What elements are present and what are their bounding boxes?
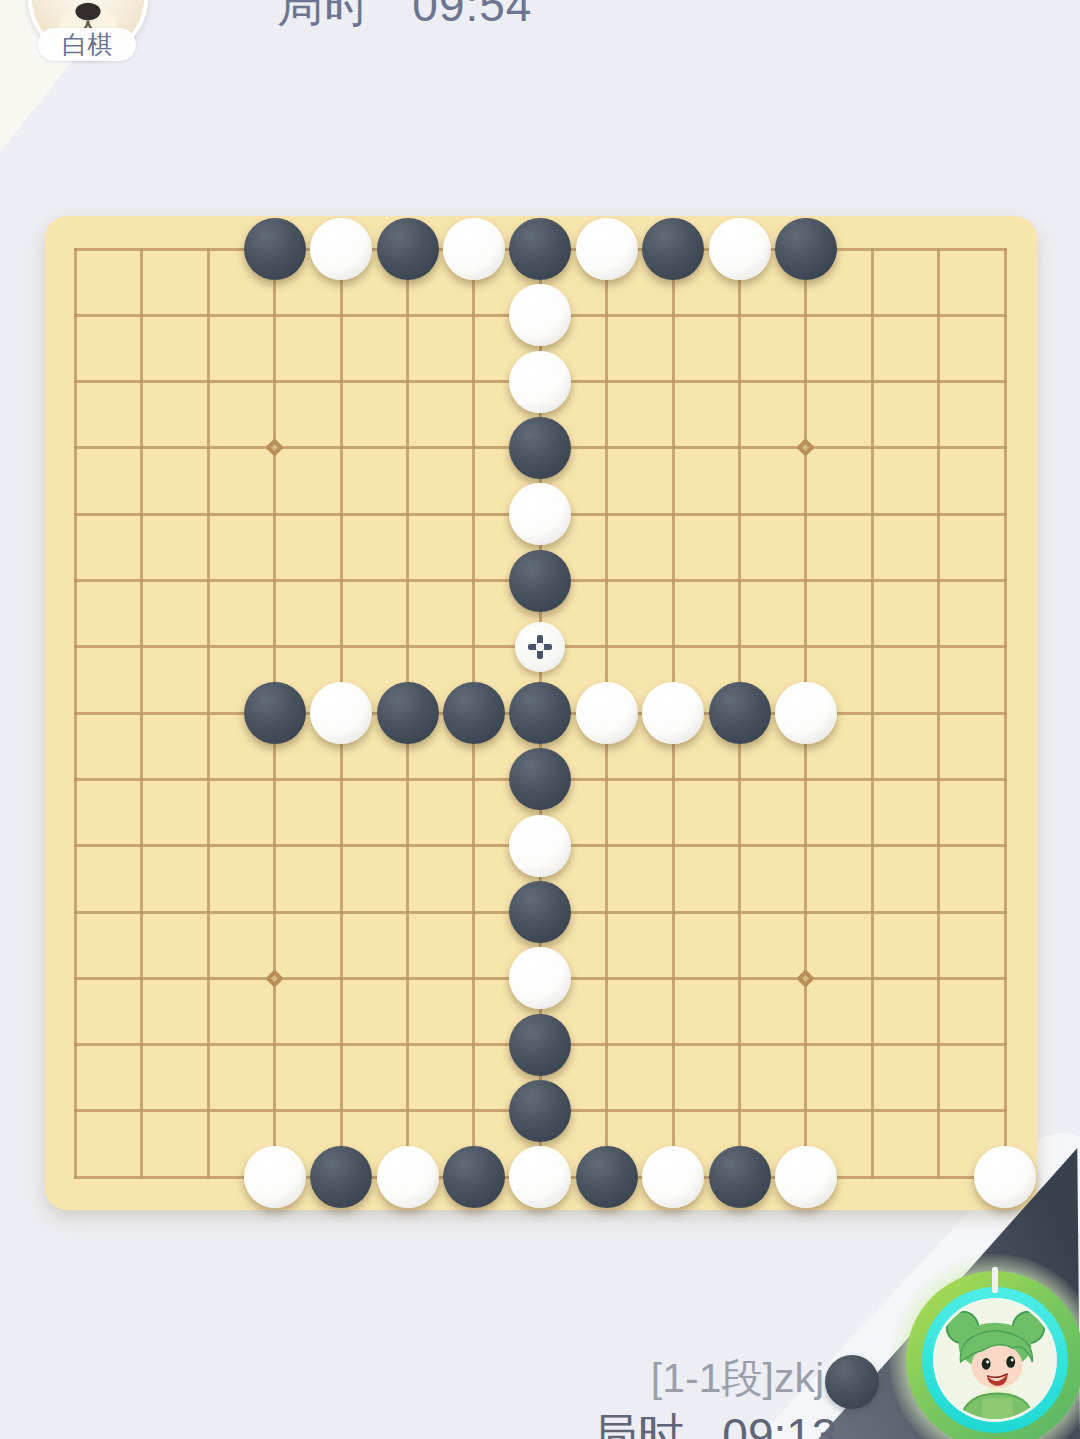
white-stone <box>509 284 571 346</box>
star-point <box>797 439 815 457</box>
black-stone <box>509 1080 571 1142</box>
timer-ring-notch <box>992 1267 998 1293</box>
white-stone <box>509 351 571 413</box>
black-stone <box>509 1014 571 1076</box>
black-stone <box>244 682 306 744</box>
white-stone <box>509 815 571 877</box>
black-clock-label: 局时 <box>592 1409 684 1439</box>
black-stone <box>709 1146 771 1208</box>
white-stone <box>310 218 372 280</box>
white-stone <box>974 1146 1036 1208</box>
white-stone <box>775 682 837 744</box>
white-stone <box>775 1146 837 1208</box>
white-clock-label: 局时 <box>277 0 371 31</box>
white-stone <box>310 682 372 744</box>
black-stone <box>244 218 306 280</box>
white-stone <box>509 947 571 1009</box>
white-clock-value: 09:54 <box>412 0 532 31</box>
black-stone <box>443 682 505 744</box>
black-player-clock: 局时 09:13 <box>592 1412 837 1439</box>
black-stone <box>310 1146 372 1208</box>
star-point <box>797 969 815 987</box>
black-stone <box>509 417 571 479</box>
black-stone <box>576 1146 638 1208</box>
black-stone <box>509 682 571 744</box>
white-stone <box>709 218 771 280</box>
go-board[interactable] <box>45 216 1037 1210</box>
white-stone <box>377 1146 439 1208</box>
white-player-clock: 局时 09:54 <box>277 0 532 28</box>
black-stone <box>377 218 439 280</box>
white-stone <box>576 682 638 744</box>
white-player-badge-label: 白棋 <box>62 28 112 61</box>
grid-line-vertical <box>1004 248 1007 1179</box>
black-stone <box>709 682 771 744</box>
black-stone <box>509 550 571 612</box>
cursor-cross-gap <box>536 643 544 651</box>
star-point <box>265 439 283 457</box>
black-stone <box>509 881 571 943</box>
black-stone <box>443 1146 505 1208</box>
cartoon-girl-icon <box>936 1301 1054 1419</box>
black-stone <box>775 218 837 280</box>
black-stone-color-icon <box>825 1355 879 1409</box>
grid-line-vertical <box>871 248 874 1179</box>
white-stone <box>642 682 704 744</box>
black-player-name: [1-1段]zkj <box>651 1356 824 1400</box>
white-player-badge: 白棋 <box>38 28 136 61</box>
white-stone <box>244 1146 306 1208</box>
white-stone <box>509 483 571 545</box>
white-stone <box>642 1146 704 1208</box>
black-stone <box>509 218 571 280</box>
star-point <box>265 969 283 987</box>
black-stone <box>377 682 439 744</box>
move-cursor-marker[interactable] <box>515 622 565 672</box>
white-stone <box>509 1146 571 1208</box>
black-player-avatar[interactable] <box>936 1301 1054 1419</box>
black-clock-value: 09:13 <box>722 1409 837 1439</box>
black-stone <box>509 748 571 810</box>
black-stone <box>642 218 704 280</box>
grid-line-vertical <box>937 248 940 1179</box>
white-stone <box>443 218 505 280</box>
white-stone <box>576 218 638 280</box>
